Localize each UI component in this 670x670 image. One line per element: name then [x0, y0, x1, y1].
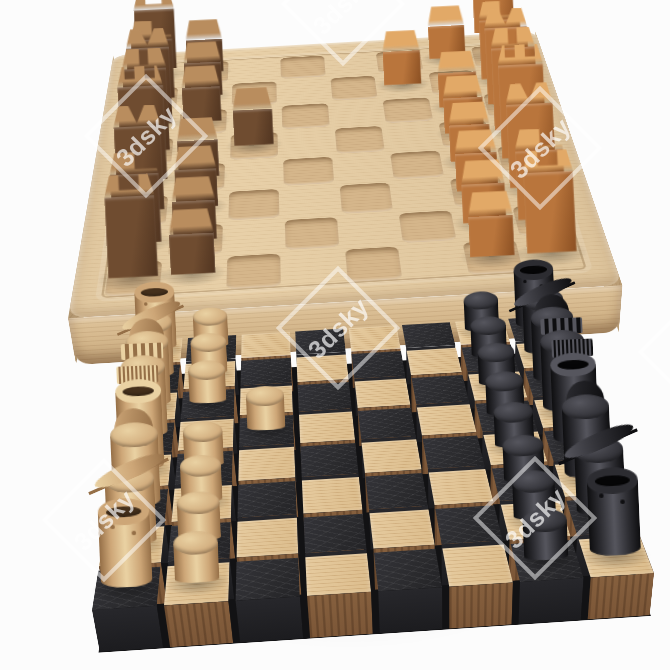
square-h6: [376, 50, 423, 73]
square-e1: [123, 138, 174, 166]
piece-shadow: [565, 502, 640, 530]
piece-shadow: [181, 394, 234, 414]
chessboard-bottom: [96, 350, 654, 654]
square-a1: [100, 608, 167, 652]
square-top-face: [374, 549, 442, 591]
square-front-face: [307, 592, 373, 638]
knight-disc: [511, 273, 574, 311]
piece-shadow: [523, 372, 587, 393]
square-top-face: [238, 481, 297, 518]
piece-shadow: [168, 528, 230, 554]
square-a2: [170, 603, 234, 647]
square-top-face: [365, 473, 428, 509]
piece-shadow: [515, 344, 576, 364]
square-top-face: [302, 477, 363, 514]
piece-shadow: [165, 569, 230, 597]
square-g8: [477, 67, 528, 91]
square-top-face: [352, 351, 406, 379]
square-f6: [382, 97, 432, 123]
square-e4: [282, 129, 331, 157]
piece-shadow: [172, 491, 232, 515]
piece-shadow: [507, 319, 566, 338]
square-top-face: [358, 408, 416, 440]
rook-hole: [523, 279, 527, 283]
square-e6: [386, 123, 438, 150]
piece-top: [522, 288, 564, 311]
square-front-face: [164, 601, 233, 647]
square-top-face: [300, 443, 358, 477]
square-d6: [390, 150, 444, 179]
square-d3: [229, 160, 279, 189]
square-top-face: [362, 439, 422, 473]
piece-shadow: [186, 339, 236, 356]
square-top-face: [407, 348, 462, 376]
square-front-face: [449, 582, 513, 628]
square-top-face: [299, 411, 355, 443]
piece-top-face: [477, 0, 520, 21]
square-a6: [443, 586, 512, 629]
square-h3: [232, 58, 276, 82]
square-a4: [308, 594, 373, 637]
square-top-face: [240, 385, 293, 415]
square-top-face: [423, 435, 485, 469]
piece-shadow: [109, 459, 174, 484]
piece-shadow: [119, 396, 180, 418]
piece-top: [193, 307, 228, 327]
square-top-face: [295, 329, 346, 355]
square-top-face: [429, 469, 494, 505]
square-f7: [433, 94, 484, 120]
piece-top-face: [130, 20, 173, 41]
piece-top-face: [125, 28, 169, 49]
square-g4: [281, 78, 327, 103]
piece-shadow: [463, 349, 517, 367]
piece-shadow: [166, 195, 228, 220]
piece-top-face: [133, 0, 175, 11]
piece-shadow: [502, 507, 568, 533]
square-top-face: [369, 509, 434, 548]
piece-shadow: [477, 405, 535, 426]
piece-shadow: [512, 547, 581, 575]
square-top-face: [237, 518, 299, 558]
piece-shadow: [90, 572, 164, 604]
square-c6: [394, 179, 449, 210]
piece-shadow: [128, 341, 185, 361]
square-top-face: [298, 382, 352, 412]
square-top-face: [304, 514, 367, 553]
square-g7: [428, 70, 478, 95]
square-f2: [179, 109, 227, 135]
square-front-face: [519, 578, 584, 624]
piece-shadow: [553, 465, 625, 491]
square-a5: [376, 590, 443, 633]
square-e3: [230, 132, 278, 160]
square-c4: [284, 186, 336, 217]
square-front-face: [236, 596, 304, 642]
square-g1: [130, 87, 178, 112]
square-front-face: [92, 606, 163, 652]
square-g6: [379, 73, 428, 98]
square-h5: [328, 53, 374, 76]
piece-top-face: [427, 5, 464, 27]
square-f1: [127, 112, 176, 138]
piece-shadow: [485, 437, 546, 459]
piece-shadow: [493, 471, 556, 495]
piece-shadow: [456, 323, 508, 340]
piece-shadow: [470, 376, 526, 395]
piece-top: [463, 291, 498, 311]
square-top-face: [236, 558, 300, 601]
piece-shadow: [439, 150, 502, 173]
square-h2: [183, 61, 228, 85]
square-e8: [490, 117, 545, 144]
piece-shadow: [124, 368, 183, 389]
square-f4: [282, 103, 330, 129]
piece-shadow: [577, 541, 655, 571]
square-c5: [339, 182, 393, 213]
knight-pin: [117, 304, 185, 336]
square-f3: [230, 106, 277, 132]
piece-shadow: [175, 456, 232, 479]
piece-shadow: [103, 494, 171, 521]
piece-shadow: [184, 365, 236, 384]
piece-shadow: [114, 426, 177, 450]
piece-shadow: [239, 420, 294, 441]
square-e7: [438, 120, 491, 147]
square-top-face: [435, 505, 503, 544]
square-top-face: [305, 553, 371, 596]
piece-top: [513, 259, 554, 281]
square-d5: [337, 153, 389, 182]
piece-shadow: [107, 197, 176, 224]
square-e2: [176, 135, 225, 163]
piece-top: [134, 281, 175, 304]
square-h4: [280, 55, 325, 79]
square-top-face: [412, 375, 469, 404]
square-top-face: [241, 358, 292, 386]
rook-hole: [161, 306, 165, 310]
square-top-face: [417, 404, 477, 435]
piece-top: [130, 311, 172, 334]
square-a3: [240, 599, 303, 643]
knight-disc: [119, 297, 182, 335]
knight-pin: [509, 281, 576, 312]
square-d4: [283, 156, 334, 185]
square-top-face: [402, 322, 455, 348]
piece-shadow: [542, 432, 611, 456]
square-top-face: [241, 332, 291, 358]
square-g2: [181, 84, 227, 109]
piece-shadow: [445, 179, 510, 203]
square-f8: [483, 91, 536, 117]
square-top-face: [349, 325, 401, 351]
rook-hole: [540, 284, 544, 288]
square-e5: [334, 126, 384, 154]
piece-top-face: [483, 7, 527, 28]
chess-set-bottom-scene: [110, 230, 610, 670]
piece-shadow: [111, 168, 178, 193]
square-c3: [228, 189, 280, 220]
square-top-face: [178, 419, 234, 451]
square-h1: [134, 64, 180, 88]
square-top-face: [296, 354, 348, 382]
watermark-3dsky: 3dsky: [638, 290, 670, 414]
watermark-diamond-icon: [638, 290, 670, 414]
square-top-face: [355, 378, 411, 408]
square-h7: [423, 47, 471, 70]
square-f5: [332, 100, 381, 126]
piece-top-face: [185, 19, 222, 41]
square-top-face: [442, 544, 513, 586]
piece-shadow: [96, 531, 167, 560]
product-render-canvas: 3dsky3dsky3dsky3dsky3dsky3dsky3dsky: [0, 0, 670, 670]
bishop-fin: [534, 294, 569, 317]
square-g3: [231, 81, 277, 106]
rook-hole: [144, 302, 148, 306]
piece-shadow: [169, 165, 229, 188]
square-front-face: [588, 573, 654, 619]
square-g5: [330, 76, 377, 101]
square-front-face: [378, 587, 442, 633]
piece-shadow: [451, 210, 518, 236]
square-h8: [471, 44, 521, 67]
square-top-face: [238, 447, 295, 481]
square-a7: [509, 581, 580, 624]
piece-shadow: [533, 401, 599, 424]
bishop-fin: [129, 318, 164, 341]
